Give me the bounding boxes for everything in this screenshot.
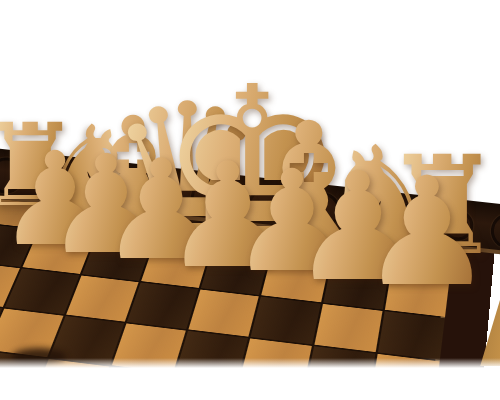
square-c2 (82, 237, 152, 281)
carved-ring-ornament (394, 201, 434, 241)
carved-ring-ornament (30, 163, 63, 196)
chess-photo-scene: ♜♞♝♛♚♝♞♜♟♟♟♟♟♟♟ (0, 0, 500, 400)
square-g2 (323, 264, 389, 310)
square-e2 (201, 250, 269, 295)
carved-ring-ornament (442, 209, 475, 242)
carved-ring-ornament (0, 156, 26, 196)
carved-ring-ornament (302, 191, 342, 231)
carved-ring-ornament (189, 178, 229, 218)
square-d3 (127, 282, 199, 329)
square-g3 (314, 304, 382, 352)
carved-ring-ornament (348, 199, 381, 232)
square-h3 (378, 311, 445, 360)
carved-ring-ornament (489, 211, 500, 251)
square-h2 (385, 270, 450, 316)
square-c3 (66, 275, 139, 321)
carved-ring-ornament (247, 187, 280, 220)
square-f2 (262, 257, 329, 302)
carved-ring-ornament (130, 174, 163, 207)
square-f3 (251, 296, 321, 344)
square-e3 (188, 289, 259, 336)
carved-ring-ornament (76, 165, 116, 205)
square-d2 (141, 243, 210, 287)
photo-bottom-crop (0, 358, 500, 400)
